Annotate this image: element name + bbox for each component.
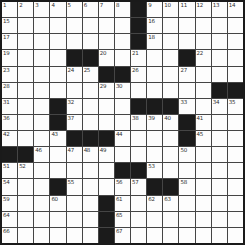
clue-number-50: 50	[180, 147, 186, 154]
cell-r14c3[interactable]	[34, 212, 49, 227]
black-cell-r4c5	[67, 50, 82, 65]
clue-number-58: 58	[180, 179, 186, 186]
cell-r11c1[interactable]: 51	[2, 163, 17, 178]
cell-r14c14[interactable]	[212, 212, 227, 227]
cell-r12c9[interactable]: 57	[131, 179, 146, 194]
cell-r3c2[interactable]	[18, 34, 33, 49]
black-cell-r9c12	[179, 131, 194, 146]
cell-r4c14[interactable]	[212, 50, 227, 65]
cell-r12c6[interactable]	[83, 179, 98, 194]
cell-r6c12[interactable]	[179, 83, 194, 98]
cell-r7c6[interactable]	[83, 99, 98, 114]
cell-r11c7[interactable]	[99, 163, 114, 178]
cell-r12c7[interactable]	[99, 179, 114, 194]
clue-number-19: 19	[3, 50, 9, 57]
black-cell-r11c8	[115, 163, 130, 178]
cell-r7c8[interactable]	[115, 99, 130, 114]
cell-r7c15[interactable]: 35	[228, 99, 243, 114]
cell-r11c6[interactable]	[83, 163, 98, 178]
cell-r4c11[interactable]	[163, 50, 178, 65]
cell-r3c1[interactable]: 17	[2, 34, 17, 49]
cell-r8c2[interactable]	[18, 115, 33, 130]
clue-number-57: 57	[132, 179, 138, 186]
cell-r13c9[interactable]	[131, 196, 146, 211]
cell-r6c2[interactable]	[18, 83, 33, 98]
cell-r7c1[interactable]: 31	[2, 99, 17, 114]
cell-r3c14[interactable]	[212, 34, 227, 49]
cell-r6c6[interactable]	[83, 83, 98, 98]
cell-r8c3[interactable]	[34, 115, 49, 130]
cell-r4c8[interactable]	[115, 50, 130, 65]
cell-r12c3[interactable]	[34, 179, 49, 194]
cell-r10c14[interactable]	[212, 147, 227, 162]
black-cell-r8c4	[50, 115, 65, 130]
black-cell-r13c7	[99, 196, 114, 211]
clue-number-43: 43	[51, 131, 57, 138]
cell-r13c1[interactable]: 59	[2, 196, 17, 211]
black-cell-r7c4	[50, 99, 65, 114]
black-cell-r4c12	[179, 50, 194, 65]
cell-r10c5[interactable]: 47	[67, 147, 82, 162]
black-cell-r9c5	[67, 131, 82, 146]
cell-r7c3[interactable]	[34, 99, 49, 114]
cell-r1c8[interactable]: 8	[115, 2, 130, 17]
cell-r4c15[interactable]	[228, 50, 243, 65]
cell-r10c9[interactable]	[131, 147, 146, 162]
clue-number-34: 34	[213, 99, 219, 106]
clue-number-47: 47	[68, 147, 74, 154]
cell-r5c11[interactable]	[163, 67, 178, 82]
cell-r11c13[interactable]	[196, 163, 211, 178]
cell-r2c2[interactable]	[18, 18, 33, 33]
clue-number-40: 40	[164, 115, 170, 122]
clue-number-60: 60	[51, 196, 57, 203]
cell-r8c8[interactable]	[115, 115, 130, 130]
cell-r2c12[interactable]	[179, 18, 194, 33]
clue-number-11: 11	[180, 2, 186, 9]
cell-r1c7[interactable]: 7	[99, 2, 114, 17]
cell-r12c8[interactable]: 56	[115, 179, 130, 194]
cell-r1c2[interactable]: 2	[18, 2, 33, 17]
cell-r11c11[interactable]	[163, 163, 178, 178]
cell-r13c15[interactable]	[228, 196, 243, 211]
cell-r14c9[interactable]	[131, 212, 146, 227]
cell-r5c5[interactable]: 24	[67, 67, 82, 82]
cell-r5c2[interactable]	[18, 67, 33, 82]
cell-r13c5[interactable]	[67, 196, 82, 211]
cell-r14c10[interactable]	[147, 212, 162, 227]
cell-r6c8[interactable]: 30	[115, 83, 130, 98]
cell-r3c4[interactable]	[50, 34, 65, 49]
cell-r9c15[interactable]	[228, 131, 243, 146]
cell-r5c12[interactable]: 27	[179, 67, 194, 82]
cell-r15c6[interactable]	[83, 228, 98, 243]
cell-r15c1[interactable]: 66	[2, 228, 17, 243]
cell-r13c8[interactable]: 61	[115, 196, 130, 211]
clue-number-32: 32	[68, 99, 74, 106]
cell-r2c3[interactable]	[34, 18, 49, 33]
black-cell-r10c1	[2, 147, 17, 162]
clue-number-18: 18	[148, 34, 154, 41]
cell-r6c4[interactable]	[50, 83, 65, 98]
black-cell-r5c7	[99, 67, 114, 82]
cell-r3c7[interactable]	[99, 34, 114, 49]
cell-r12c15[interactable]	[228, 179, 243, 194]
cell-r5c10[interactable]	[147, 67, 162, 82]
cell-r13c10[interactable]: 62	[147, 196, 162, 211]
clue-number-41: 41	[197, 115, 203, 122]
clue-number-46: 46	[35, 147, 41, 154]
clue-number-22: 22	[197, 50, 203, 57]
cell-r11c3[interactable]	[34, 163, 49, 178]
clue-number-59: 59	[3, 196, 9, 203]
cell-r9c9[interactable]	[131, 131, 146, 146]
cell-r13c11[interactable]: 63	[163, 196, 178, 211]
clue-number-8: 8	[116, 2, 119, 9]
cell-r8c6[interactable]	[83, 115, 98, 130]
black-cell-r14c7	[99, 212, 114, 227]
clue-number-13: 13	[213, 2, 219, 9]
cell-r9c11[interactable]	[163, 131, 178, 146]
cell-r2c10[interactable]: 16	[147, 18, 162, 33]
black-cell-r7c9	[131, 99, 146, 114]
cell-r3c6[interactable]	[83, 34, 98, 49]
cell-r8c10[interactable]: 39	[147, 115, 162, 130]
cell-r11c4[interactable]	[50, 163, 65, 178]
cell-r15c14[interactable]	[212, 228, 227, 243]
cell-r13c6[interactable]	[83, 196, 98, 211]
clue-number-65: 65	[116, 212, 122, 219]
cell-r4c13[interactable]: 22	[196, 50, 211, 65]
cell-r8c1[interactable]: 36	[2, 115, 17, 130]
clue-number-66: 66	[3, 228, 9, 235]
clue-number-20: 20	[100, 50, 106, 57]
cell-r8c14[interactable]	[212, 115, 227, 130]
cell-r7c5[interactable]: 32	[67, 99, 82, 114]
cell-r3c5[interactable]	[67, 34, 82, 49]
cell-r13c14[interactable]	[212, 196, 227, 211]
clue-number-52: 52	[19, 163, 25, 170]
cell-r2c15[interactable]	[228, 18, 243, 33]
cell-r12c12[interactable]: 58	[179, 179, 194, 194]
cell-r2c8[interactable]	[115, 18, 130, 33]
clue-number-29: 29	[100, 83, 106, 90]
black-cell-r1c9	[131, 2, 146, 17]
cell-r10c6[interactable]: 48	[83, 147, 98, 162]
clue-number-10: 10	[164, 2, 170, 9]
cell-r5c1[interactable]: 23	[2, 67, 17, 82]
cell-r14c13[interactable]	[196, 212, 211, 227]
cell-r1c3[interactable]: 3	[34, 2, 49, 17]
cell-r12c1[interactable]: 54	[2, 179, 17, 194]
clue-number-30: 30	[116, 83, 122, 90]
cell-r9c2[interactable]	[18, 131, 33, 146]
cell-r11c10[interactable]: 53	[147, 163, 162, 178]
cell-r6c10[interactable]	[147, 83, 162, 98]
black-cell-r15c7	[99, 228, 114, 243]
clue-number-63: 63	[164, 196, 170, 203]
cell-r9c4[interactable]: 43	[50, 131, 65, 146]
clue-number-6: 6	[84, 2, 87, 9]
cell-r14c11[interactable]	[163, 212, 178, 227]
clue-number-25: 25	[84, 67, 90, 74]
clue-number-1: 1	[3, 2, 6, 9]
cell-r11c15[interactable]	[228, 163, 243, 178]
clue-number-45: 45	[197, 131, 203, 138]
cell-r3c15[interactable]	[228, 34, 243, 49]
cell-r15c13[interactable]	[196, 228, 211, 243]
cell-r9c1[interactable]: 42	[2, 131, 17, 146]
cell-r14c8[interactable]: 65	[115, 212, 130, 227]
clue-number-14: 14	[229, 2, 235, 9]
cell-r3c8[interactable]	[115, 34, 130, 49]
cell-r8c5[interactable]: 37	[67, 115, 82, 130]
cell-r4c9[interactable]: 21	[131, 50, 146, 65]
cell-r3c12[interactable]	[179, 34, 194, 49]
cell-r10c13[interactable]	[196, 147, 211, 162]
cell-r15c4[interactable]	[50, 228, 65, 243]
cell-r9c8[interactable]: 44	[115, 131, 130, 146]
clue-number-53: 53	[148, 163, 154, 170]
cell-r10c11[interactable]	[163, 147, 178, 162]
cell-r10c4[interactable]	[50, 147, 65, 162]
cell-r14c2[interactable]	[18, 212, 33, 227]
black-cell-r12c4	[50, 179, 65, 194]
cell-r1c6[interactable]: 6	[83, 2, 98, 17]
clue-number-49: 49	[100, 147, 106, 154]
cell-r9c10[interactable]	[147, 131, 162, 146]
cell-r10c3[interactable]: 46	[34, 147, 49, 162]
clue-number-2: 2	[19, 2, 22, 9]
cell-r10c7[interactable]: 49	[99, 147, 114, 162]
cell-r14c1[interactable]: 64	[2, 212, 17, 227]
cell-r10c12[interactable]: 50	[179, 147, 194, 162]
cell-r7c7[interactable]	[99, 99, 114, 114]
cell-r6c7[interactable]: 29	[99, 83, 114, 98]
black-cell-r3c9	[131, 34, 146, 49]
clue-number-23: 23	[3, 67, 9, 74]
clue-number-64: 64	[3, 212, 9, 219]
cell-r15c5[interactable]	[67, 228, 82, 243]
clue-number-35: 35	[229, 99, 235, 106]
cell-r4c3[interactable]	[34, 50, 49, 65]
cell-r4c10[interactable]	[147, 50, 162, 65]
clue-number-9: 9	[148, 2, 151, 9]
cell-r15c2[interactable]	[18, 228, 33, 243]
cell-r15c8[interactable]: 67	[115, 228, 130, 243]
cell-r9c13[interactable]: 45	[196, 131, 211, 146]
clue-number-28: 28	[3, 83, 9, 90]
cell-r8c9[interactable]: 38	[131, 115, 146, 130]
cell-r5c9[interactable]: 26	[131, 67, 146, 82]
cell-r6c1[interactable]: 28	[2, 83, 17, 98]
cell-r4c4[interactable]	[50, 50, 65, 65]
cell-r1c5[interactable]: 5	[67, 2, 82, 17]
black-cell-r8c12	[179, 115, 194, 130]
cell-r9c3[interactable]	[34, 131, 49, 146]
clue-number-37: 37	[68, 115, 74, 122]
cell-r2c7[interactable]	[99, 18, 114, 33]
black-cell-r4c6	[83, 50, 98, 65]
cell-r2c13[interactable]	[196, 18, 211, 33]
cell-r10c15[interactable]	[228, 147, 243, 162]
cell-r5c4[interactable]	[50, 67, 65, 82]
black-cell-r10c2	[18, 147, 33, 162]
cell-r13c2[interactable]	[18, 196, 33, 211]
cell-r5c3[interactable]	[34, 67, 49, 82]
cell-r8c11[interactable]: 40	[163, 115, 178, 130]
cell-r9c14[interactable]	[212, 131, 227, 146]
cell-r3c3[interactable]	[34, 34, 49, 49]
clue-number-5: 5	[68, 2, 71, 9]
cell-r2c14[interactable]	[212, 18, 227, 33]
cell-r6c9[interactable]	[131, 83, 146, 98]
cell-r1c10[interactable]: 9	[147, 2, 162, 17]
black-cell-r7c10	[147, 99, 162, 114]
cell-r8c13[interactable]: 41	[196, 115, 211, 130]
clue-number-24: 24	[68, 67, 74, 74]
cell-r3c13[interactable]	[196, 34, 211, 49]
cell-r1c15[interactable]: 14	[228, 2, 243, 17]
clue-number-33: 33	[180, 99, 186, 106]
clue-number-3: 3	[35, 2, 38, 9]
cell-r7c13[interactable]	[196, 99, 211, 114]
cell-r11c5[interactable]	[67, 163, 82, 178]
cell-r14c12[interactable]	[179, 212, 194, 227]
cell-r12c5[interactable]: 55	[67, 179, 82, 194]
black-cell-r9c7	[99, 131, 114, 146]
cell-r11c14[interactable]	[212, 163, 227, 178]
clue-number-38: 38	[132, 115, 138, 122]
cell-r4c2[interactable]	[18, 50, 33, 65]
cell-r12c13[interactable]	[196, 179, 211, 194]
black-cell-r6c15	[228, 83, 243, 98]
cell-r2c4[interactable]	[50, 18, 65, 33]
black-cell-r12c10	[147, 179, 162, 194]
cell-r3c11[interactable]	[163, 34, 178, 49]
clue-number-54: 54	[3, 179, 9, 186]
cell-r14c5[interactable]	[67, 212, 82, 227]
clue-number-67: 67	[116, 228, 122, 235]
cell-r15c9[interactable]	[131, 228, 146, 243]
cell-r14c4[interactable]	[50, 212, 65, 227]
cell-r12c14[interactable]	[212, 179, 227, 194]
cell-r4c7[interactable]: 20	[99, 50, 114, 65]
clue-number-16: 16	[148, 18, 154, 25]
cell-r5c15[interactable]	[228, 67, 243, 82]
cell-r13c3[interactable]	[34, 196, 49, 211]
cell-r1c11[interactable]: 10	[163, 2, 178, 17]
clue-number-17: 17	[3, 34, 9, 41]
black-cell-r11c9	[131, 163, 146, 178]
cell-r11c12[interactable]	[179, 163, 194, 178]
cell-r5c13[interactable]	[196, 67, 211, 82]
black-cell-r2c9	[131, 18, 146, 33]
cell-r10c10[interactable]	[147, 147, 162, 162]
cell-r6c13[interactable]	[196, 83, 211, 98]
clue-number-44: 44	[116, 131, 122, 138]
cell-r6c5[interactable]	[67, 83, 82, 98]
cell-r1c13[interactable]: 12	[196, 2, 211, 17]
cell-r7c2[interactable]	[18, 99, 33, 114]
clue-number-7: 7	[100, 2, 103, 9]
black-cell-r6c14	[212, 83, 227, 98]
cell-r3c10[interactable]: 18	[147, 34, 162, 49]
crossword-board: 1234567891011121314151617181920212223242…	[0, 0, 245, 245]
black-cell-r9c6	[83, 131, 98, 146]
cell-r15c12[interactable]	[179, 228, 194, 243]
clue-number-36: 36	[3, 115, 9, 122]
cell-r1c4[interactable]: 4	[50, 2, 65, 17]
cell-r14c6[interactable]	[83, 212, 98, 227]
clue-number-21: 21	[132, 50, 138, 57]
cell-r1c12[interactable]: 11	[179, 2, 194, 17]
cell-r2c5[interactable]	[67, 18, 82, 33]
cell-r15c3[interactable]	[34, 228, 49, 243]
clue-number-12: 12	[197, 2, 203, 9]
cell-r2c1[interactable]: 15	[2, 18, 17, 33]
cell-r2c11[interactable]	[163, 18, 178, 33]
clue-number-26: 26	[132, 67, 138, 74]
black-cell-r12c11	[163, 179, 178, 194]
cell-r5c14[interactable]	[212, 67, 227, 82]
cell-r2c6[interactable]	[83, 18, 98, 33]
cell-r6c11[interactable]	[163, 83, 178, 98]
cell-r15c15[interactable]	[228, 228, 243, 243]
cell-r11c2[interactable]: 52	[18, 163, 33, 178]
cell-r1c1[interactable]: 1	[2, 2, 17, 17]
cell-r12c2[interactable]	[18, 179, 33, 194]
cell-r15c10[interactable]	[147, 228, 162, 243]
clue-number-39: 39	[148, 115, 154, 122]
cell-r4c1[interactable]: 19	[2, 50, 17, 65]
clue-number-27: 27	[180, 67, 186, 74]
cell-r8c7[interactable]	[99, 115, 114, 130]
cell-r6c3[interactable]	[34, 83, 49, 98]
cell-r15c11[interactable]	[163, 228, 178, 243]
clue-number-62: 62	[148, 196, 154, 203]
cell-r8c15[interactable]	[228, 115, 243, 130]
clue-number-4: 4	[51, 2, 54, 9]
clue-number-55: 55	[68, 179, 74, 186]
clue-number-48: 48	[84, 147, 90, 154]
cell-r13c12[interactable]	[179, 196, 194, 211]
black-cell-r5c8	[115, 67, 130, 82]
clue-number-15: 15	[3, 18, 9, 25]
cell-r5c6[interactable]: 25	[83, 67, 98, 82]
clue-number-31: 31	[3, 99, 9, 106]
clue-number-51: 51	[3, 163, 9, 170]
black-cell-r7c11	[163, 99, 178, 114]
cell-r7c14[interactable]: 34	[212, 99, 227, 114]
cell-r14c15[interactable]	[228, 212, 243, 227]
cell-r10c8[interactable]	[115, 147, 130, 162]
cell-r7c12[interactable]: 33	[179, 99, 194, 114]
cell-r1c14[interactable]: 13	[212, 2, 227, 17]
clue-number-42: 42	[3, 131, 9, 138]
clue-number-61: 61	[116, 196, 122, 203]
cell-r13c4[interactable]: 60	[50, 196, 65, 211]
cell-r13c13[interactable]	[196, 196, 211, 211]
clue-number-56: 56	[116, 179, 122, 186]
